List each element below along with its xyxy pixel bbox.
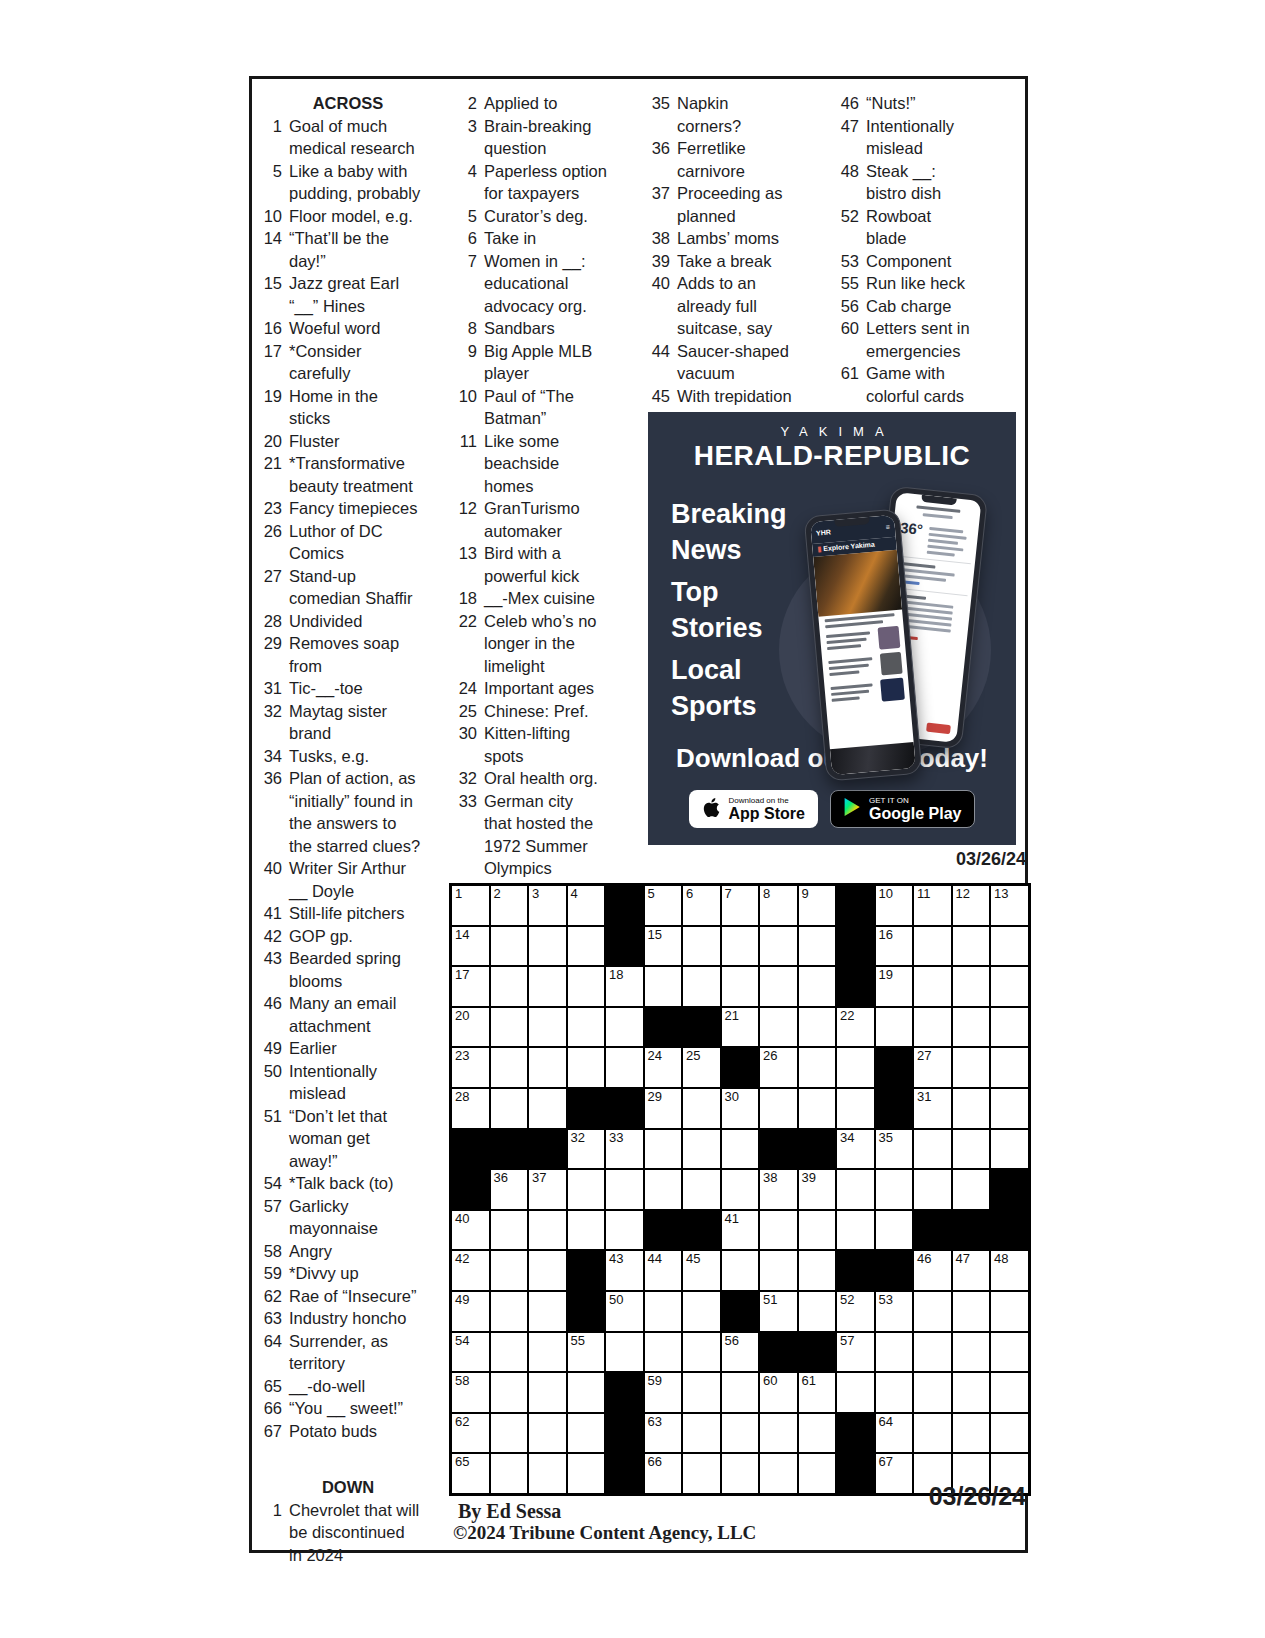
grid-cell[interactable] xyxy=(683,967,720,1006)
grid-cell-black xyxy=(837,967,874,1006)
grid-cell[interactable] xyxy=(722,967,759,1006)
cell-number: 46 xyxy=(917,1252,931,1266)
grid-cell[interactable] xyxy=(529,1211,566,1250)
grid-cell[interactable] xyxy=(683,1089,720,1128)
grid-cell[interactable] xyxy=(876,1373,913,1412)
grid-cell[interactable]: 56 xyxy=(722,1333,759,1372)
grid-cell[interactable] xyxy=(876,1170,913,1209)
clue-number: 45 xyxy=(640,385,677,408)
grid-cell[interactable]: 45 xyxy=(683,1251,720,1290)
grid-cell[interactable]: 8 xyxy=(760,886,797,925)
clue-item: 28Undivided xyxy=(252,610,441,633)
clue-number: 22 xyxy=(447,610,484,678)
grid-cell[interactable] xyxy=(568,927,605,966)
grid-cell[interactable] xyxy=(991,1130,1028,1169)
grid-cell[interactable] xyxy=(876,1333,913,1372)
clue-number: 17 xyxy=(252,340,289,385)
grid-cell-black xyxy=(606,927,643,966)
grid-cell[interactable] xyxy=(568,1008,605,1047)
grid-cell-black xyxy=(606,886,643,925)
clue-text: Intentionally mislead xyxy=(289,1060,441,1105)
grid-cell[interactable] xyxy=(953,927,990,966)
grid-cell[interactable] xyxy=(568,1211,605,1250)
grid-cell[interactable] xyxy=(760,1089,797,1128)
grid-cell[interactable]: 25 xyxy=(683,1048,720,1087)
grid-cell-black xyxy=(645,1211,682,1250)
grid-cell[interactable]: 17 xyxy=(452,967,489,1006)
clue-item: 39Take a break xyxy=(640,250,829,273)
clue-item: 40Writer Sir Arthur __ Doyle xyxy=(252,857,441,902)
grid-cell[interactable] xyxy=(529,1373,566,1412)
clue-text: Home in the sticks xyxy=(289,385,441,430)
clue-item: 5Like a baby with pudding, probably xyxy=(252,160,441,205)
clue-number: 60 xyxy=(829,317,866,362)
grid-cell[interactable] xyxy=(760,1211,797,1250)
cell-number: 22 xyxy=(840,1009,854,1023)
grid-cell[interactable] xyxy=(799,1292,836,1331)
clue-number: 56 xyxy=(829,295,866,318)
grid-cell[interactable] xyxy=(491,1089,528,1128)
grid-cell[interactable]: 3 xyxy=(529,886,566,925)
grid-cell[interactable] xyxy=(953,1414,990,1453)
grid-cell[interactable] xyxy=(799,927,836,966)
grid-cell[interactable]: 55 xyxy=(568,1333,605,1372)
grid-cell[interactable] xyxy=(645,1333,682,1372)
clue-item: 43Bearded spring blooms xyxy=(252,947,441,992)
grid-cell[interactable]: 58 xyxy=(452,1373,489,1412)
clue-item: 40Adds to an already full suitcase, say xyxy=(640,272,829,340)
grid-cell[interactable] xyxy=(953,1292,990,1331)
grid-cell[interactable] xyxy=(491,1008,528,1047)
grid-cell[interactable]: 9 xyxy=(799,886,836,925)
grid-cell[interactable] xyxy=(683,1373,720,1412)
grid-cell-black xyxy=(452,1170,489,1209)
clue-number: 29 xyxy=(252,632,289,677)
clue-text: Stand-up comedian Shaffir xyxy=(289,565,441,610)
grid-cell-black xyxy=(606,1414,643,1453)
cell-number: 30 xyxy=(725,1090,739,1104)
grid-cell[interactable] xyxy=(760,1414,797,1453)
grid-cell[interactable] xyxy=(606,1170,643,1209)
cell-number: 16 xyxy=(879,928,893,942)
phone-app-label: YHR xyxy=(816,528,831,536)
grid-cell[interactable]: 26 xyxy=(760,1048,797,1087)
crossword-page: ACROSS1Goal of much medical research5Lik… xyxy=(0,0,1265,1638)
grid-cell[interactable] xyxy=(837,1048,874,1087)
grid-cell[interactable] xyxy=(760,967,797,1006)
grid-cell[interactable] xyxy=(683,1333,720,1372)
grid-cell[interactable]: 16 xyxy=(876,927,913,966)
grid-cell[interactable]: 33 xyxy=(606,1130,643,1169)
grid-cell[interactable] xyxy=(491,1454,528,1493)
clue-number: 6 xyxy=(447,227,484,250)
grid-cell[interactable]: 18 xyxy=(606,967,643,1006)
grid-cell[interactable] xyxy=(914,1333,951,1372)
grid-cell[interactable]: 1 xyxy=(452,886,489,925)
grid-cell[interactable] xyxy=(953,967,990,1006)
cell-number: 55 xyxy=(571,1334,585,1348)
grid-cell[interactable] xyxy=(491,1373,528,1412)
grid-cell[interactable] xyxy=(799,1089,836,1128)
grid-cell[interactable] xyxy=(568,1048,605,1087)
grid-cell[interactable]: 47 xyxy=(953,1251,990,1290)
grid-cell[interactable] xyxy=(683,1414,720,1453)
grid-cell[interactable]: 30 xyxy=(722,1089,759,1128)
grid-cell[interactable] xyxy=(491,927,528,966)
grid-cell[interactable] xyxy=(991,1089,1028,1128)
grid-cell[interactable] xyxy=(645,1130,682,1169)
clue-item: 47Intentionally mislead xyxy=(829,115,1018,160)
grid-cell[interactable]: 48 xyxy=(991,1251,1028,1290)
grid-cell[interactable] xyxy=(722,1130,759,1169)
grid-cell[interactable] xyxy=(529,927,566,966)
grid-cell-black xyxy=(837,927,874,966)
grid-cell[interactable] xyxy=(645,967,682,1006)
grid-cell[interactable]: 52 xyxy=(837,1292,874,1331)
grid-cell[interactable]: 63 xyxy=(645,1414,682,1453)
clue-text: Chinese: Pref. xyxy=(484,700,636,723)
clue-text: Potato buds xyxy=(289,1420,441,1443)
cell-number: 41 xyxy=(725,1212,739,1226)
clue-number: 1 xyxy=(252,1499,289,1567)
clue-number: 1 xyxy=(252,115,289,160)
grid-cell[interactable] xyxy=(953,1373,990,1412)
grid-cell[interactable]: 14 xyxy=(452,927,489,966)
grid-cell[interactable] xyxy=(606,1048,643,1087)
clue-number: 61 xyxy=(829,362,866,407)
clue-number: 11 xyxy=(447,430,484,498)
clue-number: 46 xyxy=(252,992,289,1037)
app-ad: YAKIMA HERALD-REPUBLIC Breaking NewsTop … xyxy=(648,412,1016,845)
grid-cell[interactable] xyxy=(991,1292,1028,1331)
clue-item: 7Women in __: educational advocacy org. xyxy=(447,250,636,318)
grid-cell[interactable] xyxy=(491,967,528,1006)
grid-cell[interactable] xyxy=(491,1414,528,1453)
clue-text: Angry xyxy=(289,1240,441,1263)
grid-cell[interactable] xyxy=(991,1333,1028,1372)
grid-cell[interactable]: 50 xyxy=(606,1292,643,1331)
clue-number: 12 xyxy=(447,497,484,542)
grid-cell[interactable]: 28 xyxy=(452,1089,489,1128)
grid-cell[interactable]: 5 xyxy=(645,886,682,925)
clue-item: 21*Transformative beauty treatment xyxy=(252,452,441,497)
grid-cell[interactable]: 13 xyxy=(991,886,1028,925)
grid-cell[interactable] xyxy=(529,1048,566,1087)
grid-cell[interactable] xyxy=(837,1089,874,1128)
grid-cell[interactable]: 20 xyxy=(452,1008,489,1047)
clue-number: 47 xyxy=(829,115,866,160)
clue-number: 16 xyxy=(252,317,289,340)
clue-number: 5 xyxy=(252,160,289,205)
grid-cell[interactable]: 7 xyxy=(722,886,759,925)
grid-cell[interactable]: 29 xyxy=(645,1089,682,1128)
grid-cell[interactable] xyxy=(876,1211,913,1250)
grid-cell[interactable]: 2 xyxy=(491,886,528,925)
grid-cell[interactable] xyxy=(799,1211,836,1250)
grid-cell[interactable]: 37 xyxy=(529,1170,566,1209)
grid-cell-black xyxy=(914,1211,951,1250)
clue-number: 52 xyxy=(829,205,866,250)
google-play-label: Google Play xyxy=(869,805,961,822)
clue-text: *Talk back (to) xyxy=(289,1172,441,1195)
clue-text: Tusks, e.g. xyxy=(289,745,441,768)
grid-cell[interactable]: 65 xyxy=(452,1454,489,1493)
grid-cell[interactable] xyxy=(529,1008,566,1047)
news-photo xyxy=(813,550,902,617)
clue-item: 23Fancy timepieces xyxy=(252,497,441,520)
clue-number: 19 xyxy=(252,385,289,430)
grid-cell[interactable] xyxy=(991,927,1028,966)
puzzle-date-bottom: 03/26/24 xyxy=(726,1482,1026,1511)
cell-number: 62 xyxy=(455,1415,469,1429)
clue-text: Floor model, e.g. xyxy=(289,205,441,228)
grid-cell[interactable] xyxy=(529,1414,566,1453)
across-header: ACROSS xyxy=(268,92,428,115)
grid-cell[interactable] xyxy=(991,1048,1028,1087)
clue-text: Woeful word xyxy=(289,317,441,340)
grid-cell[interactable]: 61 xyxy=(799,1373,836,1412)
grid-cell[interactable] xyxy=(606,1211,643,1250)
clue-text: Like some beachside homes xyxy=(484,430,636,498)
grid-cell[interactable] xyxy=(837,1170,874,1209)
grid-cell[interactable]: 62 xyxy=(452,1414,489,1453)
cell-number: 39 xyxy=(802,1171,816,1185)
grid-cell[interactable]: 15 xyxy=(645,927,682,966)
grid-cell[interactable] xyxy=(914,927,951,966)
clue-text: Saucer-shaped vacuum xyxy=(677,340,829,385)
grid-cell[interactable] xyxy=(953,1170,990,1209)
grid-cell[interactable] xyxy=(606,1333,643,1372)
cell-number: 54 xyxy=(455,1334,469,1348)
grid-cell[interactable] xyxy=(722,927,759,966)
grid-cell[interactable]: 11 xyxy=(914,886,951,925)
cell-number: 48 xyxy=(994,1252,1008,1266)
grid-cell[interactable] xyxy=(837,1373,874,1412)
grid-cell[interactable] xyxy=(914,1170,951,1209)
grid-cell[interactable] xyxy=(991,967,1028,1006)
grid-cell[interactable]: 23 xyxy=(452,1048,489,1087)
apple-icon xyxy=(702,796,721,823)
grid-cell[interactable] xyxy=(491,1251,528,1290)
cell-number: 58 xyxy=(455,1374,469,1388)
grid-cell[interactable]: 31 xyxy=(914,1089,951,1128)
clue-number: 32 xyxy=(252,700,289,745)
grid-cell[interactable]: 24 xyxy=(645,1048,682,1087)
grid-cell[interactable] xyxy=(991,1008,1028,1047)
grid-cell[interactable]: 34 xyxy=(837,1130,874,1169)
grid-cell[interactable] xyxy=(914,1292,951,1331)
grid-cell-black xyxy=(452,1130,489,1169)
grid-cell[interactable] xyxy=(606,1008,643,1047)
grid-cell[interactable] xyxy=(529,1292,566,1331)
grid-cell-black xyxy=(529,1130,566,1169)
cell-number: 50 xyxy=(609,1293,623,1307)
clue-text: Paperless option for taxpayers xyxy=(484,160,636,205)
clue-number: 50 xyxy=(252,1060,289,1105)
grid-cell[interactable] xyxy=(568,1373,605,1412)
grid-cell[interactable]: 38 xyxy=(760,1170,797,1209)
grid-cell[interactable] xyxy=(760,1008,797,1047)
clue-item: 20Fluster xyxy=(252,430,441,453)
grid-cell[interactable] xyxy=(953,1048,990,1087)
clue-text: “Don’t let that woman get away!” xyxy=(289,1105,441,1173)
grid-cell[interactable]: 66 xyxy=(645,1454,682,1493)
cell-number: 44 xyxy=(648,1252,662,1266)
grid-cell[interactable] xyxy=(491,1211,528,1250)
grid-cell[interactable]: 42 xyxy=(452,1251,489,1290)
clue-item: 45With trepidation xyxy=(640,385,829,408)
cell-number: 15 xyxy=(648,928,662,942)
grid-cell[interactable] xyxy=(529,1333,566,1372)
grid-cell[interactable] xyxy=(914,1373,951,1412)
grid-cell[interactable] xyxy=(683,1170,720,1209)
grid-cell[interactable]: 4 xyxy=(568,886,605,925)
grid-cell-black xyxy=(837,886,874,925)
clue-number: 9 xyxy=(447,340,484,385)
clue-text: __-Mex cuisine xyxy=(484,587,636,610)
clue-text: __-do-well xyxy=(289,1375,441,1398)
grid-cell[interactable]: 36 xyxy=(491,1170,528,1209)
grid-cell[interactable] xyxy=(491,1333,528,1372)
grid-cell-black xyxy=(953,1211,990,1250)
grid-cell[interactable]: 51 xyxy=(760,1292,797,1331)
grid-cell[interactable] xyxy=(953,1333,990,1372)
grid-cell[interactable]: 12 xyxy=(953,886,990,925)
grid-cell[interactable] xyxy=(799,967,836,1006)
app-store-badge[interactable]: Download on the App Store xyxy=(689,790,818,828)
grid-cell[interactable] xyxy=(722,1170,759,1209)
grid-cell[interactable] xyxy=(837,1211,874,1250)
grid-cell[interactable]: 41 xyxy=(722,1211,759,1250)
grid-cell[interactable] xyxy=(914,1008,951,1047)
grid-cell[interactable]: 54 xyxy=(452,1333,489,1372)
grid-cell[interactable]: 60 xyxy=(760,1373,797,1412)
clue-item: 32Oral health org. xyxy=(447,767,636,790)
clue-number: 34 xyxy=(252,745,289,768)
grid-cell[interactable]: 59 xyxy=(645,1373,682,1412)
clue-number: 14 xyxy=(252,227,289,272)
grid-cell[interactable] xyxy=(529,1454,566,1493)
grid-cell[interactable] xyxy=(760,1251,797,1290)
clue-item: 24Important ages xyxy=(447,677,636,700)
grid-cell[interactable]: 64 xyxy=(876,1414,913,1453)
grid-cell[interactable] xyxy=(722,1414,759,1453)
grid-cell[interactable]: 21 xyxy=(722,1008,759,1047)
cell-number: 57 xyxy=(840,1334,854,1348)
clue-number: 55 xyxy=(829,272,866,295)
grid-cell[interactable]: 32 xyxy=(568,1130,605,1169)
phone-notch xyxy=(921,495,957,506)
grid-cell[interactable] xyxy=(683,1130,720,1169)
grid-cell[interactable] xyxy=(645,1292,682,1331)
grid-cell[interactable] xyxy=(914,1414,951,1453)
clue-number: 36 xyxy=(252,767,289,857)
grid-cell[interactable] xyxy=(799,1414,836,1453)
grid-cell[interactable] xyxy=(645,1170,682,1209)
grid-cell[interactable] xyxy=(991,1414,1028,1453)
grid-cell[interactable]: 44 xyxy=(645,1251,682,1290)
grid-cell[interactable]: 46 xyxy=(914,1251,951,1290)
clue-text: Industry honcho xyxy=(289,1307,441,1330)
grid-cell[interactable] xyxy=(799,1008,836,1047)
grid-cell[interactable] xyxy=(799,1251,836,1290)
grid-cell[interactable] xyxy=(683,927,720,966)
google-play-badge[interactable]: GET IT ON Google Play xyxy=(830,790,975,828)
grid-cell[interactable]: 57 xyxy=(837,1333,874,1372)
grid-cell[interactable] xyxy=(568,1414,605,1453)
clue-item: 18__-Mex cuisine xyxy=(447,587,636,610)
grid-cell[interactable] xyxy=(491,1292,528,1331)
grid-cell[interactable] xyxy=(953,1008,990,1047)
clue-item: 38Lambs’ moms xyxy=(640,227,829,250)
clue-number: 65 xyxy=(252,1375,289,1398)
grid-cell[interactable] xyxy=(953,1130,990,1169)
grid-cell-black xyxy=(722,1048,759,1087)
grid-cell[interactable] xyxy=(683,1454,720,1493)
grid-cell[interactable] xyxy=(914,967,951,1006)
grid-cell[interactable] xyxy=(529,1089,566,1128)
clue-item: 50Intentionally mislead xyxy=(252,1060,441,1105)
grid-cell[interactable] xyxy=(529,1251,566,1290)
grid-cell[interactable]: 22 xyxy=(837,1008,874,1047)
clue-text: “You __ sweet!” xyxy=(289,1397,441,1420)
grid-cell[interactable]: 35 xyxy=(876,1130,913,1169)
grid-cell[interactable]: 19 xyxy=(876,967,913,1006)
grid-cell[interactable] xyxy=(529,967,566,1006)
clue-text: Brain-breaking question xyxy=(484,115,636,160)
grid-cell[interactable]: 40 xyxy=(452,1211,489,1250)
grid-cell[interactable] xyxy=(722,1251,759,1290)
grid-cell[interactable] xyxy=(568,1170,605,1209)
grid-cell[interactable] xyxy=(683,1292,720,1331)
grid-cell[interactable] xyxy=(491,1048,528,1087)
clue-text: Game with colorful cards xyxy=(866,362,1018,407)
grid-cell[interactable] xyxy=(760,927,797,966)
grid-cell[interactable] xyxy=(799,1048,836,1087)
grid-cell-black xyxy=(876,1251,913,1290)
clue-number: 38 xyxy=(640,227,677,250)
grid-cell[interactable] xyxy=(568,1454,605,1493)
clue-item: 34Tusks, e.g. xyxy=(252,745,441,768)
clue-number: 7 xyxy=(447,250,484,318)
grid-cell[interactable]: 43 xyxy=(606,1251,643,1290)
grid-cell[interactable] xyxy=(953,1089,990,1128)
grid-cell[interactable] xyxy=(914,1130,951,1169)
cell-number: 59 xyxy=(648,1374,662,1388)
clue-number: 2 xyxy=(447,92,484,115)
ad-kicker: YAKIMA xyxy=(648,424,1016,439)
grid-cell[interactable] xyxy=(991,1373,1028,1412)
grid-cell[interactable]: 6 xyxy=(683,886,720,925)
clue-number: 57 xyxy=(252,1195,289,1240)
clue-text: Take in xyxy=(484,227,636,250)
cell-number: 25 xyxy=(686,1049,700,1063)
grid-cell[interactable]: 53 xyxy=(876,1292,913,1331)
grid-cell[interactable] xyxy=(876,1008,913,1047)
clue-number: 44 xyxy=(640,340,677,385)
grid-cell[interactable] xyxy=(722,1373,759,1412)
article-thumb xyxy=(878,626,901,650)
grid-cell[interactable] xyxy=(568,967,605,1006)
clue-text: GOP gp. xyxy=(289,925,441,948)
grid-cell[interactable]: 39 xyxy=(799,1170,836,1209)
clue-item: 59*Divvy up xyxy=(252,1262,441,1285)
cell-number: 45 xyxy=(686,1252,700,1266)
grid-cell[interactable]: 49 xyxy=(452,1292,489,1331)
clue-item: 61Game with colorful cards xyxy=(829,362,1018,407)
grid-cell[interactable]: 27 xyxy=(914,1048,951,1087)
grid-cell[interactable]: 10 xyxy=(876,886,913,925)
